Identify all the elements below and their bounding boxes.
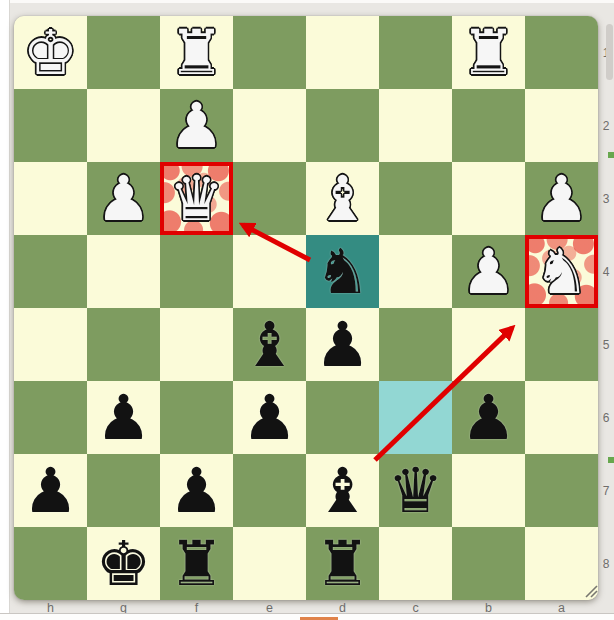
square-e2[interactable] [233, 89, 306, 162]
square-f4[interactable] [160, 235, 233, 308]
white-pawn-f2[interactable]: ♟ [160, 89, 233, 162]
black-rook-d8[interactable]: ♜ [306, 527, 379, 600]
square-b7[interactable] [452, 454, 525, 527]
square-c6[interactable] [379, 381, 452, 454]
square-g5[interactable] [87, 308, 160, 381]
square-d3[interactable]: ♝ [306, 162, 379, 235]
square-g4[interactable] [87, 235, 160, 308]
white-king-h1[interactable]: ♚ [14, 16, 87, 89]
square-d1[interactable] [306, 16, 379, 89]
square-c1[interactable] [379, 16, 452, 89]
square-a8[interactable] [525, 527, 598, 600]
square-b2[interactable] [452, 89, 525, 162]
square-a3[interactable]: ♟ [525, 162, 598, 235]
square-a2[interactable] [525, 89, 598, 162]
black-pawn-f7[interactable]: ♟ [160, 454, 233, 527]
left-panel-edge [0, 0, 10, 620]
square-f1[interactable]: ♜ [160, 16, 233, 89]
square-e5[interactable]: ♝ [233, 308, 306, 381]
square-e4[interactable] [233, 235, 306, 308]
window-top-edge [0, 0, 614, 3]
square-e8[interactable] [233, 527, 306, 600]
square-a5[interactable] [525, 308, 598, 381]
square-d5[interactable]: ♟ [306, 308, 379, 381]
white-bishop-d3[interactable]: ♝ [306, 162, 379, 235]
square-g8[interactable]: ♚ [87, 527, 160, 600]
square-c2[interactable] [379, 89, 452, 162]
square-d2[interactable] [306, 89, 379, 162]
square-d4[interactable]: ♞ [306, 235, 379, 308]
square-h8[interactable] [14, 527, 87, 600]
white-rook-f1[interactable]: ♜ [160, 16, 233, 89]
square-g7[interactable] [87, 454, 160, 527]
black-bishop-d7[interactable]: ♝ [306, 454, 379, 527]
white-pawn-g3[interactable]: ♟ [87, 162, 160, 235]
white-knight-a4[interactable]: ♞ [525, 235, 598, 308]
scrollbar-thumb[interactable] [606, 24, 613, 80]
square-b1[interactable]: ♜ [452, 16, 525, 89]
square-a1[interactable] [525, 16, 598, 89]
square-f8[interactable]: ♜ [160, 527, 233, 600]
square-d7[interactable]: ♝ [306, 454, 379, 527]
black-pawn-e6[interactable]: ♟ [233, 381, 306, 454]
square-e3[interactable] [233, 162, 306, 235]
square-c4[interactable] [379, 235, 452, 308]
square-f3[interactable]: ♛ [160, 162, 233, 235]
rank-label-6: 6 [599, 381, 613, 454]
chess-board[interactable]: ♚♜♜♟♟♛♝♟♞♟♞♝♟♟♟♟♟♟♝♛♚♜♜ [14, 16, 598, 600]
black-pawn-h7[interactable]: ♟ [14, 454, 87, 527]
square-f6[interactable] [160, 381, 233, 454]
black-pawn-d5[interactable]: ♟ [306, 308, 379, 381]
square-d6[interactable] [306, 381, 379, 454]
square-f7[interactable]: ♟ [160, 454, 233, 527]
square-f5[interactable] [160, 308, 233, 381]
square-c7[interactable]: ♛ [379, 454, 452, 527]
square-h5[interactable] [14, 308, 87, 381]
square-c5[interactable] [379, 308, 452, 381]
square-h1[interactable]: ♚ [14, 16, 87, 89]
rank-label-7: 7 [599, 454, 613, 527]
square-e1[interactable] [233, 16, 306, 89]
black-king-g8[interactable]: ♚ [87, 527, 160, 600]
white-rook-b1[interactable]: ♜ [452, 16, 525, 89]
rank-label-4: 4 [599, 235, 613, 308]
square-g1[interactable] [87, 16, 160, 89]
square-d8[interactable]: ♜ [306, 527, 379, 600]
square-c8[interactable] [379, 527, 452, 600]
square-e7[interactable] [233, 454, 306, 527]
square-c3[interactable] [379, 162, 452, 235]
square-a6[interactable] [525, 381, 598, 454]
square-h4[interactable] [14, 235, 87, 308]
square-a7[interactable] [525, 454, 598, 527]
black-knight-d4[interactable]: ♞ [306, 235, 379, 308]
black-pawn-g6[interactable]: ♟ [87, 381, 160, 454]
square-g3[interactable]: ♟ [87, 162, 160, 235]
square-a4[interactable]: ♞ [525, 235, 598, 308]
square-f2[interactable]: ♟ [160, 89, 233, 162]
black-bishop-e5[interactable]: ♝ [233, 308, 306, 381]
rank-label-5: 5 [599, 308, 613, 381]
square-h2[interactable] [14, 89, 87, 162]
white-pawn-b4[interactable]: ♟ [452, 235, 525, 308]
black-queen-c7[interactable]: ♛ [379, 454, 452, 527]
square-g2[interactable] [87, 89, 160, 162]
square-h7[interactable]: ♟ [14, 454, 87, 527]
square-g6[interactable]: ♟ [87, 381, 160, 454]
square-b5[interactable] [452, 308, 525, 381]
bottom-bar [0, 613, 614, 620]
square-h6[interactable] [14, 381, 87, 454]
square-e6[interactable]: ♟ [233, 381, 306, 454]
black-rook-f8[interactable]: ♜ [160, 527, 233, 600]
rank-label-8: 8 [599, 527, 613, 600]
scrollbar-marker-green [608, 152, 614, 158]
white-pawn-a3[interactable]: ♟ [525, 162, 598, 235]
white-queen-f3[interactable]: ♛ [160, 162, 233, 235]
square-b8[interactable] [452, 527, 525, 600]
square-h3[interactable] [14, 162, 87, 235]
rank-label-3: 3 [599, 162, 613, 235]
scrollbar-marker-green [608, 457, 614, 463]
square-b3[interactable] [452, 162, 525, 235]
square-b6[interactable]: ♟ [452, 381, 525, 454]
square-b4[interactable]: ♟ [452, 235, 525, 308]
black-pawn-b6[interactable]: ♟ [452, 381, 525, 454]
